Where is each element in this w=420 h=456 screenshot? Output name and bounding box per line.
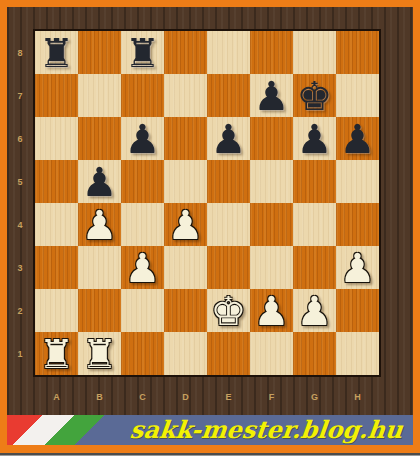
square-b6 <box>78 117 121 160</box>
square-g3 <box>293 246 336 289</box>
black-pawn-h6: ♟ <box>340 119 376 159</box>
chess-diagram-frame: 87654321 ♜♜♟♚♟♟♟♟♟♟♟♟♟♚♟♟♜♜ ABCDEFGH sak… <box>0 0 420 456</box>
black-pawn-g6: ♟ <box>297 119 333 159</box>
rank-labels: 87654321 <box>7 31 33 375</box>
square-g2: ♟ <box>293 289 336 332</box>
square-b1: ♜ <box>78 332 121 375</box>
square-a8: ♜ <box>35 31 78 74</box>
black-pawn-e6: ♟ <box>211 119 247 159</box>
square-f5 <box>250 160 293 203</box>
white-pawn-h3: ♟ <box>340 248 376 288</box>
square-g6: ♟ <box>293 117 336 160</box>
square-e5 <box>207 160 250 203</box>
square-d2 <box>164 289 207 332</box>
rank-label-7: 7 <box>7 74 33 117</box>
white-pawn-c3: ♟ <box>125 248 161 288</box>
square-b8 <box>78 31 121 74</box>
white-pawn-d4: ♟ <box>168 205 204 245</box>
square-a1: ♜ <box>35 332 78 375</box>
watermark-text: sakk-mester.blog.hu <box>129 415 415 445</box>
wood-frame: 87654321 ♜♜♟♚♟♟♟♟♟♟♟♟♟♚♟♟♜♜ ABCDEFGH <box>7 7 413 415</box>
square-h1 <box>336 332 379 375</box>
square-f3 <box>250 246 293 289</box>
white-king-e2: ♚ <box>211 291 247 331</box>
file-labels: ABCDEFGH <box>35 379 379 415</box>
square-d6 <box>164 117 207 160</box>
square-h8 <box>336 31 379 74</box>
white-pawn-b4: ♟ <box>82 205 118 245</box>
square-d4: ♟ <box>164 203 207 246</box>
file-label-h: H <box>336 379 379 415</box>
square-d3 <box>164 246 207 289</box>
file-label-c: C <box>121 379 164 415</box>
square-e6: ♟ <box>207 117 250 160</box>
black-rook-a8: ♜ <box>39 33 75 73</box>
square-g8 <box>293 31 336 74</box>
square-c5 <box>121 160 164 203</box>
square-c3: ♟ <box>121 246 164 289</box>
square-c7 <box>121 74 164 117</box>
square-e1 <box>207 332 250 375</box>
square-c4 <box>121 203 164 246</box>
square-g5 <box>293 160 336 203</box>
black-pawn-c6: ♟ <box>125 119 161 159</box>
square-e4 <box>207 203 250 246</box>
square-h6: ♟ <box>336 117 379 160</box>
square-e3 <box>207 246 250 289</box>
square-h3: ♟ <box>336 246 379 289</box>
rank-label-4: 4 <box>7 203 33 246</box>
rank-label-2: 2 <box>7 289 33 332</box>
rank-label-3: 3 <box>7 246 33 289</box>
file-label-g: G <box>293 379 336 415</box>
square-d5 <box>164 160 207 203</box>
square-b2 <box>78 289 121 332</box>
file-label-a: A <box>35 379 78 415</box>
file-label-f: F <box>250 379 293 415</box>
square-b4: ♟ <box>78 203 121 246</box>
square-b5: ♟ <box>78 160 121 203</box>
square-f7: ♟ <box>250 74 293 117</box>
square-b3 <box>78 246 121 289</box>
rank-label-1: 1 <box>7 332 33 375</box>
square-f6 <box>250 117 293 160</box>
square-e8 <box>207 31 250 74</box>
square-h2 <box>336 289 379 332</box>
file-label-b: B <box>78 379 121 415</box>
square-h7 <box>336 74 379 117</box>
white-rook-a1: ♜ <box>39 334 75 374</box>
square-h5 <box>336 160 379 203</box>
rank-label-8: 8 <box>7 31 33 74</box>
rank-label-6: 6 <box>7 117 33 160</box>
square-e2: ♚ <box>207 289 250 332</box>
square-a3 <box>35 246 78 289</box>
square-e7 <box>207 74 250 117</box>
rank-label-5: 5 <box>7 160 33 203</box>
square-f8 <box>250 31 293 74</box>
square-f1 <box>250 332 293 375</box>
square-c1 <box>121 332 164 375</box>
square-g4 <box>293 203 336 246</box>
square-a2 <box>35 289 78 332</box>
white-rook-b1: ♜ <box>82 334 118 374</box>
chess-board: ♜♜♟♚♟♟♟♟♟♟♟♟♟♚♟♟♜♜ <box>33 29 381 377</box>
square-d1 <box>164 332 207 375</box>
square-a5 <box>35 160 78 203</box>
file-label-e: E <box>207 379 250 415</box>
square-f4 <box>250 203 293 246</box>
square-d7 <box>164 74 207 117</box>
square-b7 <box>78 74 121 117</box>
square-c2 <box>121 289 164 332</box>
square-a4 <box>35 203 78 246</box>
square-c8: ♜ <box>121 31 164 74</box>
black-rook-c8: ♜ <box>125 33 161 73</box>
square-f2: ♟ <box>250 289 293 332</box>
black-pawn-b5: ♟ <box>82 162 118 202</box>
square-a6 <box>35 117 78 160</box>
square-d8 <box>164 31 207 74</box>
black-pawn-f7: ♟ <box>254 76 290 116</box>
square-a7 <box>35 74 78 117</box>
white-pawn-f2: ♟ <box>254 291 290 331</box>
square-c6: ♟ <box>121 117 164 160</box>
watermark-bar: sakk-mester.blog.hu <box>7 415 413 445</box>
white-pawn-g2: ♟ <box>297 291 333 331</box>
square-g7: ♚ <box>293 74 336 117</box>
square-g1 <box>293 332 336 375</box>
file-label-d: D <box>164 379 207 415</box>
square-h4 <box>336 203 379 246</box>
black-king-g7: ♚ <box>297 76 333 116</box>
